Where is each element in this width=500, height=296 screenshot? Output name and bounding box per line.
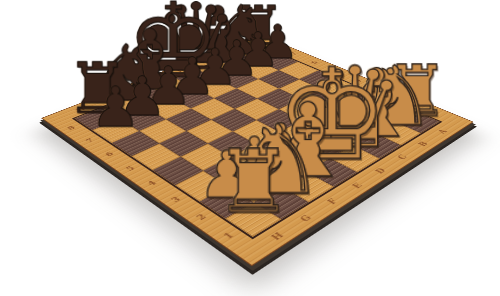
board-grid: ♜♞♝♚♛♝♞♜♟♟♟♟♟♟♟♟♟♟♟♟♟♟♟♟♜♞♝♚♛♝♞♜ [72, 44, 442, 239]
board-frame: HGFEDCBA HGFEDCBA 87654321 87654321 ♜♞♝♚… [41, 34, 474, 266]
white-rook-glyph: ♜ [214, 138, 292, 225]
coord-label: 1 [207, 221, 251, 250]
product-photo-scene: HGFEDCBA HGFEDCBA 87654321 87654321 ♜♞♝♚… [0, 0, 500, 296]
black-pawn-glyph: ♟ [91, 80, 141, 135]
